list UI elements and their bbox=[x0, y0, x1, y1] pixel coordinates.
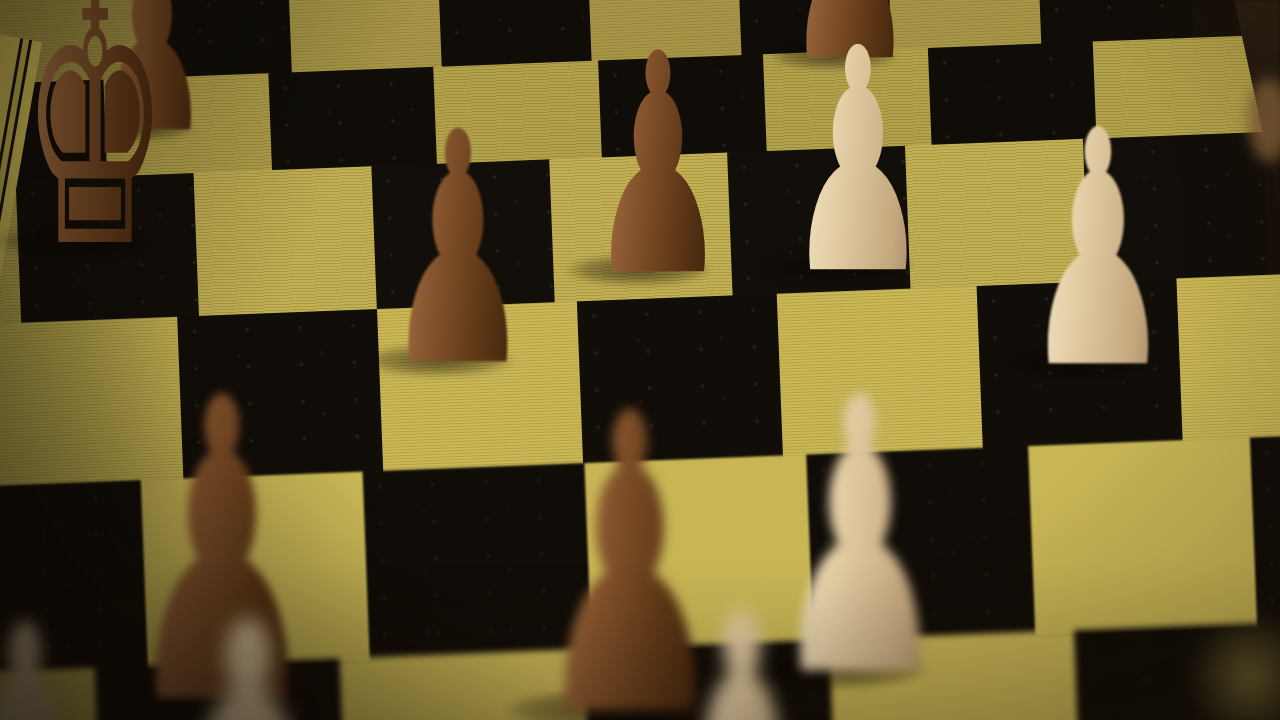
pawn-glyph: ♟ bbox=[118, 560, 378, 720]
white-pawn-c2[interactable]: ♟ bbox=[248, 560, 696, 720]
chessboard-photo: ♟♟♚♟♟♟♟♟♟♟♟♟♟ bbox=[0, 0, 1280, 720]
king-glyph: ♚ bbox=[22, 0, 168, 294]
pawn-glyph: ♟ bbox=[0, 571, 116, 720]
black-king-b6[interactable]: ♚ bbox=[95, 0, 400, 294]
white-pawn-e2[interactable]: ♟ bbox=[742, 558, 1145, 720]
square-d8[interactable] bbox=[438, 0, 593, 71]
